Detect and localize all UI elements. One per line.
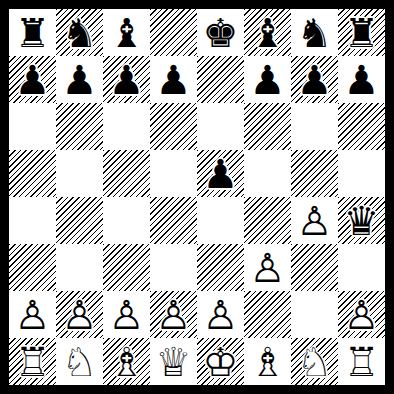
piece-glyph: ♗ [250, 342, 286, 382]
square-d4[interactable] [150, 197, 197, 244]
black-pawn: ♟♟ [291, 56, 338, 103]
white-rook: ♜♖ [9, 338, 56, 385]
square-d5[interactable] [150, 150, 197, 197]
square-c5[interactable] [103, 150, 150, 197]
piece-glyph: ♙ [62, 295, 98, 335]
white-king: ♚♔ [197, 338, 244, 385]
square-d1[interactable]: ♛♕ [150, 338, 197, 385]
piece-glyph: ♙ [250, 248, 286, 288]
chess-board: ♜♜♞♞♝♝♚♚♝♝♞♞♜♜♟♟♟♟♟♟♟♟♟♟♟♟♟♟♟♟♟♙♛♛♟♙♟♙♟♙… [9, 9, 385, 385]
square-g8[interactable]: ♞♞ [291, 9, 338, 56]
square-h7[interactable]: ♟♟ [338, 56, 385, 103]
square-c3[interactable] [103, 244, 150, 291]
square-g4[interactable]: ♟♙ [291, 197, 338, 244]
piece-glyph: ♟ [297, 60, 333, 100]
white-pawn: ♟♙ [150, 291, 197, 338]
square-c2[interactable]: ♟♙ [103, 291, 150, 338]
black-pawn: ♟♟ [338, 56, 385, 103]
square-f8[interactable]: ♝♝ [244, 9, 291, 56]
black-pawn: ♟♟ [244, 56, 291, 103]
square-d3[interactable] [150, 244, 197, 291]
black-pawn: ♟♟ [150, 56, 197, 103]
square-h3[interactable] [338, 244, 385, 291]
square-e8[interactable]: ♚♚ [197, 9, 244, 56]
square-a3[interactable] [9, 244, 56, 291]
square-b5[interactable] [56, 150, 103, 197]
black-knight: ♞♞ [56, 9, 103, 56]
square-e6[interactable] [197, 103, 244, 150]
piece-glyph: ♜ [344, 13, 380, 53]
square-f4[interactable] [244, 197, 291, 244]
black-bishop: ♝♝ [244, 9, 291, 56]
square-e1[interactable]: ♚♔ [197, 338, 244, 385]
piece-glyph: ♛ [344, 201, 380, 241]
square-g3[interactable] [291, 244, 338, 291]
piece-glyph: ♟ [15, 60, 51, 100]
black-rook: ♜♜ [9, 9, 56, 56]
square-g2[interactable] [291, 291, 338, 338]
white-knight: ♞♘ [291, 338, 338, 385]
square-f3[interactable]: ♟♙ [244, 244, 291, 291]
white-queen: ♛♕ [150, 338, 197, 385]
square-c1[interactable]: ♝♗ [103, 338, 150, 385]
square-a5[interactable] [9, 150, 56, 197]
square-b8[interactable]: ♞♞ [56, 9, 103, 56]
square-a6[interactable] [9, 103, 56, 150]
piece-glyph: ♙ [297, 201, 333, 241]
piece-glyph: ♘ [297, 342, 333, 382]
white-bishop: ♝♗ [103, 338, 150, 385]
piece-glyph: ♟ [156, 60, 192, 100]
black-pawn: ♟♟ [56, 56, 103, 103]
white-pawn: ♟♙ [244, 244, 291, 291]
square-h6[interactable] [338, 103, 385, 150]
piece-glyph: ♝ [109, 13, 145, 53]
black-pawn: ♟♟ [9, 56, 56, 103]
square-e2[interactable]: ♟♙ [197, 291, 244, 338]
white-knight: ♞♘ [56, 338, 103, 385]
piece-glyph: ♔ [203, 342, 239, 382]
piece-glyph: ♙ [156, 295, 192, 335]
square-g7[interactable]: ♟♟ [291, 56, 338, 103]
piece-glyph: ♟ [203, 154, 239, 194]
white-rook: ♜♖ [338, 338, 385, 385]
square-b3[interactable] [56, 244, 103, 291]
piece-glyph: ♟ [109, 60, 145, 100]
square-d6[interactable] [150, 103, 197, 150]
white-pawn: ♟♙ [9, 291, 56, 338]
square-b1[interactable]: ♞♘ [56, 338, 103, 385]
square-a8[interactable]: ♜♜ [9, 9, 56, 56]
square-e5[interactable]: ♟♟ [197, 150, 244, 197]
square-c7[interactable]: ♟♟ [103, 56, 150, 103]
white-pawn: ♟♙ [197, 291, 244, 338]
square-f5[interactable] [244, 150, 291, 197]
white-pawn: ♟♙ [56, 291, 103, 338]
square-d2[interactable]: ♟♙ [150, 291, 197, 338]
square-f2[interactable] [244, 291, 291, 338]
piece-glyph: ♝ [250, 13, 286, 53]
square-a4[interactable] [9, 197, 56, 244]
piece-glyph: ♖ [344, 342, 380, 382]
white-pawn: ♟♙ [103, 291, 150, 338]
piece-glyph: ♖ [15, 342, 51, 382]
piece-glyph: ♟ [62, 60, 98, 100]
square-f7[interactable]: ♟♟ [244, 56, 291, 103]
black-queen: ♛♛ [338, 197, 385, 244]
black-pawn: ♟♟ [103, 56, 150, 103]
square-d8[interactable] [150, 9, 197, 56]
square-c8[interactable]: ♝♝ [103, 9, 150, 56]
black-bishop: ♝♝ [103, 9, 150, 56]
piece-glyph: ♜ [15, 13, 51, 53]
piece-glyph: ♟ [250, 60, 286, 100]
square-g6[interactable] [291, 103, 338, 150]
square-b6[interactable] [56, 103, 103, 150]
black-pawn: ♟♟ [197, 150, 244, 197]
piece-glyph: ♙ [203, 295, 239, 335]
piece-glyph: ♘ [62, 342, 98, 382]
black-knight: ♞♞ [291, 9, 338, 56]
piece-glyph: ♙ [15, 295, 51, 335]
square-h4[interactable]: ♛♛ [338, 197, 385, 244]
square-a7[interactable]: ♟♟ [9, 56, 56, 103]
square-a1[interactable]: ♜♖ [9, 338, 56, 385]
white-pawn: ♟♙ [338, 291, 385, 338]
square-f6[interactable] [244, 103, 291, 150]
square-g5[interactable] [291, 150, 338, 197]
square-e3[interactable] [197, 244, 244, 291]
square-h2[interactable]: ♟♙ [338, 291, 385, 338]
square-h5[interactable] [338, 150, 385, 197]
square-g1[interactable]: ♞♘ [291, 338, 338, 385]
black-king: ♚♚ [197, 9, 244, 56]
square-h8[interactable]: ♜♜ [338, 9, 385, 56]
square-b4[interactable] [56, 197, 103, 244]
black-rook: ♜♜ [338, 9, 385, 56]
piece-glyph: ♕ [156, 342, 192, 382]
square-d7[interactable]: ♟♟ [150, 56, 197, 103]
board-frame: ♜♜♞♞♝♝♚♚♝♝♞♞♜♜♟♟♟♟♟♟♟♟♟♟♟♟♟♟♟♟♟♙♛♛♟♙♟♙♟♙… [0, 0, 394, 394]
piece-glyph: ♙ [344, 295, 380, 335]
piece-glyph: ♚ [203, 13, 239, 53]
piece-glyph: ♞ [297, 13, 333, 53]
piece-glyph: ♞ [62, 13, 98, 53]
square-a2[interactable]: ♟♙ [9, 291, 56, 338]
square-b7[interactable]: ♟♟ [56, 56, 103, 103]
square-f1[interactable]: ♝♗ [244, 338, 291, 385]
piece-glyph: ♗ [109, 342, 145, 382]
square-b2[interactable]: ♟♙ [56, 291, 103, 338]
piece-glyph: ♟ [344, 60, 380, 100]
square-h1[interactable]: ♜♖ [338, 338, 385, 385]
white-pawn: ♟♙ [291, 197, 338, 244]
white-bishop: ♝♗ [244, 338, 291, 385]
piece-glyph: ♙ [109, 295, 145, 335]
square-c4[interactable] [103, 197, 150, 244]
square-e4[interactable] [197, 197, 244, 244]
square-e7[interactable] [197, 56, 244, 103]
square-c6[interactable] [103, 103, 150, 150]
